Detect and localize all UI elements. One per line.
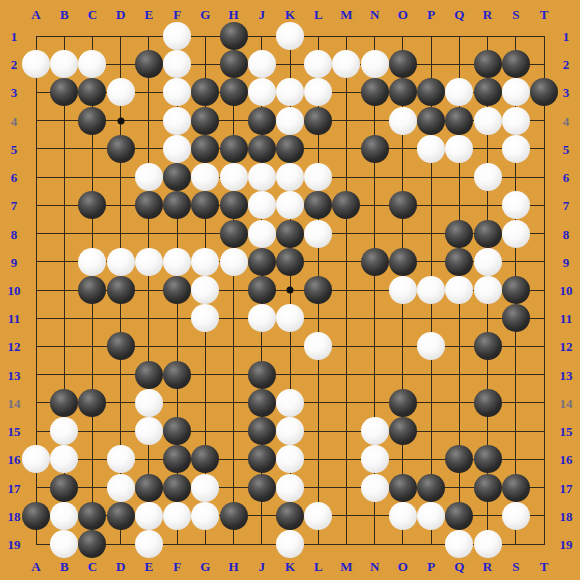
row-label-right: 6 — [563, 171, 570, 184]
white-stone — [276, 22, 304, 50]
column-label-top: D — [116, 8, 125, 21]
row-label-right: 1 — [563, 30, 570, 43]
row-label-right: 5 — [563, 142, 570, 155]
column-label-top: A — [31, 8, 40, 21]
black-stone — [417, 474, 445, 502]
column-label-bottom: S — [512, 560, 519, 573]
column-label-top: B — [60, 8, 69, 21]
white-stone — [389, 502, 417, 530]
row-label-left: 16 — [8, 453, 21, 466]
row-label-left: 7 — [11, 199, 18, 212]
row-label-left: 12 — [8, 340, 21, 353]
white-stone — [248, 78, 276, 106]
black-stone — [22, 502, 50, 530]
white-stone — [50, 445, 78, 473]
white-stone — [304, 502, 332, 530]
black-stone — [220, 22, 248, 50]
row-label-right: 18 — [560, 509, 573, 522]
black-stone — [445, 502, 473, 530]
column-label-top: F — [173, 8, 181, 21]
white-stone — [361, 474, 389, 502]
black-stone — [50, 78, 78, 106]
white-stone — [502, 78, 530, 106]
black-stone — [191, 191, 219, 219]
white-stone — [191, 502, 219, 530]
black-stone — [389, 474, 417, 502]
white-stone — [135, 163, 163, 191]
white-stone — [276, 304, 304, 332]
white-stone — [445, 135, 473, 163]
white-stone — [474, 107, 502, 135]
black-stone — [361, 78, 389, 106]
black-stone — [248, 474, 276, 502]
white-stone — [276, 163, 304, 191]
column-label-bottom: A — [31, 560, 40, 573]
white-stone — [276, 191, 304, 219]
row-label-left: 19 — [8, 538, 21, 551]
black-stone — [474, 78, 502, 106]
black-stone — [220, 78, 248, 106]
white-stone — [417, 276, 445, 304]
white-stone — [163, 50, 191, 78]
white-stone — [22, 445, 50, 473]
white-stone — [78, 248, 106, 276]
black-stone — [78, 502, 106, 530]
white-stone — [502, 191, 530, 219]
black-stone — [163, 445, 191, 473]
black-stone — [50, 389, 78, 417]
white-stone — [474, 163, 502, 191]
white-stone — [163, 135, 191, 163]
row-label-right: 17 — [560, 481, 573, 494]
grid-line — [544, 36, 545, 545]
black-stone — [248, 445, 276, 473]
black-stone — [220, 191, 248, 219]
white-stone — [191, 304, 219, 332]
row-label-right: 9 — [563, 255, 570, 268]
black-stone — [502, 474, 530, 502]
column-label-top: P — [427, 8, 435, 21]
black-stone — [332, 191, 360, 219]
row-label-right: 19 — [560, 538, 573, 551]
column-label-top: G — [200, 8, 210, 21]
black-stone — [361, 248, 389, 276]
black-stone — [248, 389, 276, 417]
white-stone — [304, 50, 332, 78]
white-stone — [276, 107, 304, 135]
white-stone — [276, 417, 304, 445]
black-stone — [78, 107, 106, 135]
black-stone — [389, 50, 417, 78]
column-label-bottom: J — [259, 560, 266, 573]
white-stone — [50, 50, 78, 78]
black-stone — [220, 502, 248, 530]
white-stone — [50, 530, 78, 558]
black-stone — [276, 135, 304, 163]
white-stone — [191, 248, 219, 276]
white-stone — [248, 191, 276, 219]
white-stone — [163, 107, 191, 135]
black-stone — [163, 163, 191, 191]
row-label-right: 15 — [560, 425, 573, 438]
white-stone — [50, 417, 78, 445]
white-stone — [22, 50, 50, 78]
row-label-left: 17 — [8, 481, 21, 494]
white-stone — [163, 22, 191, 50]
black-stone — [304, 107, 332, 135]
white-stone — [445, 276, 473, 304]
white-stone — [163, 248, 191, 276]
white-stone — [502, 220, 530, 248]
white-stone — [361, 50, 389, 78]
column-label-top: H — [228, 8, 238, 21]
row-label-right: 12 — [560, 340, 573, 353]
row-label-left: 3 — [11, 86, 18, 99]
white-stone — [361, 445, 389, 473]
row-label-left: 1 — [11, 30, 18, 43]
row-label-right: 10 — [560, 284, 573, 297]
star-point — [117, 117, 124, 124]
black-stone — [50, 474, 78, 502]
black-stone — [191, 107, 219, 135]
black-stone — [417, 78, 445, 106]
black-stone — [248, 135, 276, 163]
white-stone — [107, 78, 135, 106]
white-stone — [220, 163, 248, 191]
black-stone — [248, 248, 276, 276]
black-stone — [248, 417, 276, 445]
black-stone — [191, 445, 219, 473]
row-label-left: 6 — [11, 171, 18, 184]
column-label-bottom: E — [145, 560, 154, 573]
white-stone — [276, 474, 304, 502]
row-label-right: 16 — [560, 453, 573, 466]
black-stone — [474, 445, 502, 473]
row-label-right: 4 — [563, 114, 570, 127]
white-stone — [304, 78, 332, 106]
black-stone — [530, 78, 558, 106]
black-stone — [248, 107, 276, 135]
white-stone — [502, 135, 530, 163]
black-stone — [445, 107, 473, 135]
white-stone — [78, 50, 106, 78]
column-label-top: C — [88, 8, 97, 21]
black-stone — [78, 276, 106, 304]
column-label-top: N — [370, 8, 379, 21]
black-stone — [445, 220, 473, 248]
white-stone — [191, 276, 219, 304]
white-stone — [417, 332, 445, 360]
white-stone — [276, 389, 304, 417]
black-stone — [191, 78, 219, 106]
white-stone — [417, 502, 445, 530]
star-point — [287, 287, 294, 294]
black-stone — [474, 50, 502, 78]
white-stone — [304, 163, 332, 191]
black-stone — [389, 191, 417, 219]
white-stone — [502, 502, 530, 530]
row-label-right: 7 — [563, 199, 570, 212]
column-label-bottom: D — [116, 560, 125, 573]
black-stone — [163, 474, 191, 502]
white-stone — [135, 502, 163, 530]
row-label-left: 18 — [8, 509, 21, 522]
black-stone — [163, 276, 191, 304]
go-board[interactable]: AABBCCDDEEFFGGHHJJKKLLMMNNOOPPQQRRSSTT11… — [0, 0, 580, 580]
white-stone — [107, 445, 135, 473]
row-label-left: 13 — [8, 368, 21, 381]
black-stone — [417, 107, 445, 135]
white-stone — [445, 530, 473, 558]
white-stone — [417, 135, 445, 163]
black-stone — [191, 135, 219, 163]
white-stone — [445, 78, 473, 106]
white-stone — [248, 163, 276, 191]
black-stone — [220, 220, 248, 248]
black-stone — [474, 332, 502, 360]
black-stone — [135, 191, 163, 219]
column-label-bottom: M — [340, 560, 352, 573]
black-stone — [135, 361, 163, 389]
white-stone — [135, 530, 163, 558]
grid-line — [346, 36, 347, 545]
row-label-left: 14 — [8, 396, 21, 409]
column-label-bottom: O — [398, 560, 408, 573]
black-stone — [78, 191, 106, 219]
black-stone — [248, 276, 276, 304]
black-stone — [163, 361, 191, 389]
white-stone — [220, 248, 248, 276]
black-stone — [502, 276, 530, 304]
column-label-bottom: P — [427, 560, 435, 573]
column-label-top: K — [285, 8, 295, 21]
white-stone — [135, 389, 163, 417]
black-stone — [163, 417, 191, 445]
black-stone — [135, 474, 163, 502]
white-stone — [248, 304, 276, 332]
black-stone — [389, 417, 417, 445]
black-stone — [78, 530, 106, 558]
white-stone — [191, 163, 219, 191]
row-label-left: 5 — [11, 142, 18, 155]
black-stone — [248, 361, 276, 389]
column-label-bottom: H — [228, 560, 238, 573]
black-stone — [276, 248, 304, 276]
black-stone — [474, 474, 502, 502]
black-stone — [474, 389, 502, 417]
white-stone — [389, 107, 417, 135]
column-label-bottom: T — [540, 560, 549, 573]
white-stone — [474, 530, 502, 558]
column-label-top: T — [540, 8, 549, 21]
white-stone — [107, 474, 135, 502]
white-stone — [361, 417, 389, 445]
white-stone — [276, 78, 304, 106]
white-stone — [474, 276, 502, 304]
black-stone — [389, 248, 417, 276]
grid-line — [36, 374, 545, 375]
black-stone — [78, 389, 106, 417]
black-stone — [361, 135, 389, 163]
white-stone — [248, 220, 276, 248]
row-label-right: 2 — [563, 58, 570, 71]
column-label-top: L — [314, 8, 323, 21]
black-stone — [304, 276, 332, 304]
black-stone — [276, 220, 304, 248]
column-label-bottom: K — [285, 560, 295, 573]
column-label-top: J — [259, 8, 266, 21]
row-label-left: 10 — [8, 284, 21, 297]
row-label-right: 13 — [560, 368, 573, 381]
black-stone — [304, 191, 332, 219]
black-stone — [163, 191, 191, 219]
white-stone — [474, 248, 502, 276]
black-stone — [474, 220, 502, 248]
column-label-top: E — [145, 8, 154, 21]
black-stone — [276, 502, 304, 530]
black-stone — [445, 445, 473, 473]
column-label-bottom: R — [483, 560, 492, 573]
column-label-top: O — [398, 8, 408, 21]
white-stone — [304, 332, 332, 360]
column-label-top: M — [340, 8, 352, 21]
black-stone — [445, 248, 473, 276]
column-label-top: S — [512, 8, 519, 21]
white-stone — [107, 248, 135, 276]
white-stone — [135, 248, 163, 276]
row-label-left: 15 — [8, 425, 21, 438]
white-stone — [50, 502, 78, 530]
black-stone — [389, 78, 417, 106]
black-stone — [389, 389, 417, 417]
white-stone — [276, 445, 304, 473]
black-stone — [220, 135, 248, 163]
white-stone — [304, 220, 332, 248]
black-stone — [107, 276, 135, 304]
white-stone — [191, 474, 219, 502]
column-label-bottom: Q — [454, 560, 464, 573]
black-stone — [220, 50, 248, 78]
column-label-top: R — [483, 8, 492, 21]
row-label-left: 8 — [11, 227, 18, 240]
white-stone — [389, 276, 417, 304]
white-stone — [276, 530, 304, 558]
row-label-left: 11 — [8, 312, 20, 325]
row-label-right: 11 — [560, 312, 572, 325]
row-label-left: 9 — [11, 255, 18, 268]
column-label-bottom: F — [173, 560, 181, 573]
black-stone — [502, 304, 530, 332]
white-stone — [163, 502, 191, 530]
black-stone — [135, 50, 163, 78]
white-stone — [163, 78, 191, 106]
row-label-left: 4 — [11, 114, 18, 127]
column-label-top: Q — [454, 8, 464, 21]
row-label-right: 8 — [563, 227, 570, 240]
white-stone — [502, 107, 530, 135]
white-stone — [248, 50, 276, 78]
black-stone — [107, 135, 135, 163]
black-stone — [107, 502, 135, 530]
black-stone — [107, 332, 135, 360]
black-stone — [78, 78, 106, 106]
column-label-bottom: G — [200, 560, 210, 573]
column-label-bottom: C — [88, 560, 97, 573]
row-label-left: 2 — [11, 58, 18, 71]
row-label-right: 14 — [560, 396, 573, 409]
white-stone — [332, 50, 360, 78]
column-label-bottom: L — [314, 560, 323, 573]
black-stone — [502, 50, 530, 78]
row-label-right: 3 — [563, 86, 570, 99]
column-label-bottom: B — [60, 560, 69, 573]
white-stone — [135, 417, 163, 445]
column-label-bottom: N — [370, 560, 379, 573]
